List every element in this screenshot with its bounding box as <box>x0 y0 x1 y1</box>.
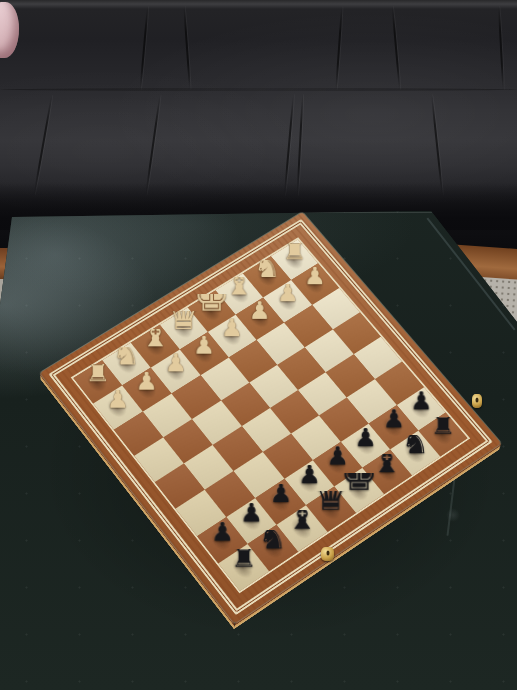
sofa-seam <box>145 94 161 195</box>
black-knight-glyph: ♞ <box>259 520 288 552</box>
sofa-seam <box>183 6 191 90</box>
photo-scene: ♜♟♟♜♞♟♟♞♝♟♟♝♚♟♟♚♛♟♟♛♝♟♟♝♞♟♟♞♜♟♟♜ <box>0 0 517 690</box>
clasp-keyhole <box>326 551 329 556</box>
white-knight-glyph: ♞ <box>113 338 141 369</box>
sofa-seam <box>431 94 444 196</box>
sofa-seam <box>391 6 400 90</box>
clasp-keyhole <box>476 398 479 403</box>
white-pawn-glyph: ♟ <box>249 298 271 322</box>
black-rook-glyph: ♜ <box>430 410 456 439</box>
white-pawn-glyph: ♟ <box>304 263 326 287</box>
sofa-crease <box>0 88 517 91</box>
white-rook-glyph: ♜ <box>282 236 307 264</box>
brass-clasp-icon <box>321 547 334 561</box>
black-knight-glyph: ♞ <box>401 426 429 457</box>
white-knight-glyph: ♞ <box>254 251 281 281</box>
white-rook-glyph: ♜ <box>85 357 111 386</box>
white-pawn-glyph: ♟ <box>136 368 158 393</box>
square-a2: ♟ <box>93 385 142 429</box>
black-rook: ♜ <box>225 549 262 586</box>
brass-clasp-icon <box>472 394 482 408</box>
sofa-seam <box>284 94 295 196</box>
white-pawn-glyph: ♟ <box>165 350 187 375</box>
black-bishop-glyph: ♝ <box>287 499 317 533</box>
white-bishop-glyph: ♝ <box>141 318 170 351</box>
sofa-seam <box>335 6 343 90</box>
white-pawn-glyph: ♟ <box>193 332 215 357</box>
white-pawn-glyph: ♟ <box>221 315 243 340</box>
sofa-seam <box>33 95 53 196</box>
black-queen-glyph: ♛ <box>313 475 349 515</box>
square-a8: ♜ <box>218 544 269 591</box>
white-pawn-glyph: ♟ <box>277 280 299 304</box>
white-pawn-glyph: ♟ <box>107 386 130 411</box>
sofa-seam <box>296 94 303 196</box>
black-pawn-glyph: ♟ <box>410 387 432 412</box>
black-rook-glyph: ♜ <box>230 542 257 572</box>
sofa-seam <box>139 6 148 90</box>
sofa-seam <box>498 6 504 90</box>
